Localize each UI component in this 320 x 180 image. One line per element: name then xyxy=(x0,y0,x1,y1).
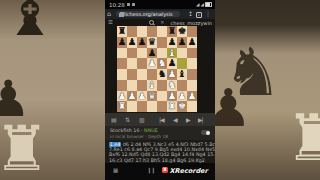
square-a4[interactable] xyxy=(117,69,127,80)
square-h6[interactable] xyxy=(187,48,197,59)
bottom-bar: ▦ ❙❙ X XRecorder xyxy=(105,163,215,180)
black-queen-d7[interactable]: ♛ xyxy=(147,37,157,48)
move-token[interactable]: Bh5 xyxy=(151,158,160,163)
engine-banner: Stockfish 16 · NNUE in local browser · D… xyxy=(105,126,215,140)
square-b6[interactable] xyxy=(127,48,137,59)
square-e1[interactable] xyxy=(157,101,167,112)
square-d5[interactable]: ♟ xyxy=(147,58,157,69)
black-pawn-g7[interactable]: ♟ xyxy=(177,37,187,48)
square-g7[interactable]: ♟ xyxy=(177,37,187,48)
square-d7[interactable]: ♛ xyxy=(147,37,157,48)
move-token[interactable]: 5.Bc4 xyxy=(205,142,215,147)
square-c7[interactable]: ♟ xyxy=(137,37,147,48)
analysis-controls: ▤⇅▥|◀◀▶▶| xyxy=(105,113,215,126)
tab-count-button[interactable]: 2 xyxy=(196,12,203,19)
white-queen-d2[interactable]: ♛ xyxy=(147,91,157,102)
square-b1[interactable] xyxy=(127,101,137,112)
notification-icon xyxy=(132,3,135,6)
square-e7[interactable] xyxy=(157,37,167,48)
move-token[interactable]: Qd8 xyxy=(140,152,150,157)
move-line: Bxf612.Nd5Qd813.Qd2Bg414.f4Ng415.Bd3f5 xyxy=(109,152,215,157)
move-token[interactable]: Qd7 xyxy=(124,158,134,163)
move-token[interactable]: 18.g4 xyxy=(162,158,176,163)
square-a6[interactable] xyxy=(117,48,127,59)
video-backdrop-left: ♝♟♜ xyxy=(0,0,105,180)
square-a1[interactable]: ♜ xyxy=(117,101,127,112)
battery-icon xyxy=(205,2,212,7)
square-g3[interactable] xyxy=(177,80,187,91)
move-token[interactable]: 2.d4 xyxy=(130,142,141,147)
toggle-knob xyxy=(206,131,210,135)
black-pawn-c7[interactable]: ♟ xyxy=(137,37,147,48)
analysis-menu-button[interactable]: ▤ xyxy=(111,116,116,123)
phone-screen: 10:28 ◢◢ ⌂ lichess.org/analysis ↥ 2 ⋮ ☰ … xyxy=(105,0,215,180)
move-token[interactable]: Nbd7 xyxy=(190,142,203,147)
previous-move-button[interactable]: ◀ xyxy=(173,116,177,123)
move-token[interactable]: 17.h3 xyxy=(135,158,149,163)
move-token[interactable]: 13.Qd2 xyxy=(152,152,170,157)
move-token[interactable]: Bxf6 xyxy=(109,152,120,157)
browser-menu-icon[interactable]: ⋮ xyxy=(205,10,211,17)
browser-toolbar: ⌂ lichess.org/analysis ↥ 2 ⋮ xyxy=(105,9,215,19)
hamburger-icon[interactable]: ☰ xyxy=(108,19,113,25)
next-move-button[interactable]: ▶ xyxy=(186,116,190,123)
white-rook-f1[interactable]: ♜ xyxy=(167,101,177,112)
square-e8[interactable] xyxy=(157,26,167,37)
move-token[interactable]: Qc7 xyxy=(144,147,153,152)
move-token[interactable]: Nf6 xyxy=(143,142,151,147)
square-a5[interactable] xyxy=(117,58,127,69)
video-backdrop-right: ♞♟♜ xyxy=(215,0,320,180)
square-c4[interactable] xyxy=(137,69,147,80)
black-pawn-f7[interactable]: ♟ xyxy=(167,37,177,48)
square-f3[interactable]: ♞ xyxy=(167,80,177,91)
engine-status: in local browser · Depth 18 xyxy=(110,134,168,139)
engine-name: Stockfish 16 · NNUE xyxy=(110,128,158,133)
status-bar: 10:28 ◢◢ xyxy=(105,0,215,9)
square-e3[interactable] xyxy=(157,80,167,91)
square-c1[interactable] xyxy=(137,101,147,112)
rook-silhouette: ♜ xyxy=(0,118,50,180)
url-text: lichess.org/analysis xyxy=(124,11,173,17)
move-token[interactable]: e5 xyxy=(168,142,174,147)
square-h1[interactable] xyxy=(187,101,197,112)
square-b5[interactable] xyxy=(127,58,137,69)
move-list: 1.e4d62.d4Nf63.Nc3e54.Nf3Nbd75.Bc4Be76.0… xyxy=(105,140,215,163)
square-g6[interactable] xyxy=(177,48,187,59)
move-token[interactable]: 19.Kg2 xyxy=(188,158,205,163)
move-token[interactable]: 8.a4 xyxy=(132,147,143,152)
square-a7[interactable]: ♟ xyxy=(117,37,127,48)
square-h7[interactable]: ♟ xyxy=(187,37,197,48)
notification-icon xyxy=(127,3,130,6)
square-d1[interactable] xyxy=(147,101,157,112)
move-token[interactable]: 3.Nc3 xyxy=(153,142,167,147)
white-knight-f3[interactable]: ♞ xyxy=(167,80,177,91)
move-token[interactable]: 9.Bg5 xyxy=(155,147,169,152)
black-knight-e4[interactable]: ♞ xyxy=(157,69,167,80)
watermark-text: XRecorder xyxy=(170,167,208,175)
move-token[interactable]: Bg6 xyxy=(177,158,186,163)
share-icon[interactable]: ↥ xyxy=(188,10,193,17)
move-token[interactable]: 1.e4 xyxy=(109,142,121,147)
square-g4[interactable]: ♝ xyxy=(177,69,187,80)
home-icon[interactable]: ⌂ xyxy=(107,10,111,18)
pawn-silhouette: ♟ xyxy=(215,82,252,134)
black-pawn-h7[interactable]: ♟ xyxy=(187,37,197,48)
clock: 10:28 xyxy=(109,2,125,8)
square-h5[interactable] xyxy=(187,58,197,69)
lock-icon xyxy=(119,13,124,17)
white-pawn-c2[interactable]: ♟ xyxy=(137,91,147,102)
move-token[interactable]: 10.Nxd4 xyxy=(184,147,204,152)
square-e4[interactable]: ♞ xyxy=(157,69,167,80)
move-token[interactable]: 4.Nf3 xyxy=(176,142,189,147)
move-token[interactable]: 14.f4 xyxy=(182,152,194,157)
square-h3[interactable] xyxy=(187,80,197,91)
white-king-g1[interactable]: ♚ xyxy=(177,101,187,112)
square-b4[interactable] xyxy=(127,69,137,80)
square-c3[interactable] xyxy=(137,80,147,91)
move-token[interactable]: Ng4 xyxy=(196,152,206,157)
white-pawn-b2[interactable]: ♟ xyxy=(127,91,137,102)
recorder-tools-icon[interactable]: ▦ xyxy=(113,167,118,173)
last-move-button[interactable]: ▶| xyxy=(198,116,203,123)
opening-explorer-button[interactable]: ▥ xyxy=(139,116,144,123)
square-b2[interactable]: ♟ xyxy=(127,91,137,102)
square-e2[interactable] xyxy=(157,91,167,102)
square-h2[interactable]: ♟ xyxy=(187,91,197,102)
square-c6[interactable] xyxy=(137,48,147,59)
first-move-button[interactable]: |◀ xyxy=(159,116,164,123)
move-token[interactable]: 15.Bd3 xyxy=(207,152,215,157)
square-c2[interactable]: ♟ xyxy=(137,91,147,102)
bishop-silhouette: ♝ xyxy=(4,0,56,44)
square-a3[interactable] xyxy=(117,80,127,91)
square-b7[interactable]: ♟ xyxy=(127,37,137,48)
black-pawn-a7[interactable]: ♟ xyxy=(117,37,127,48)
move-token[interactable]: 16.c3 xyxy=(109,158,122,163)
black-bishop-g4[interactable]: ♝ xyxy=(177,69,187,80)
white-pawn-d5[interactable]: ♟ xyxy=(147,58,157,69)
square-d3[interactable]: ♝ xyxy=(147,80,157,91)
white-rook-a1[interactable]: ♜ xyxy=(117,101,127,112)
move-token[interactable]: 12.Nd5 xyxy=(121,152,138,157)
move-token[interactable]: Ne5 xyxy=(206,147,215,152)
move-token[interactable]: exd4 xyxy=(170,147,182,152)
black-pawn-b7[interactable]: ♟ xyxy=(127,37,137,48)
username[interactable]: chess_mozzywin xyxy=(171,20,213,26)
board[interactable]: ♜♜♚♟♟♟♛♟♟♟♟♝♟♞♟♞♟♝♝♞♟♟♟♛♟♟♟♜♜♚ xyxy=(117,26,197,112)
move-token[interactable]: Bg4 xyxy=(171,152,180,157)
url-field[interactable]: lichess.org/analysis xyxy=(116,11,180,18)
flip-board-button[interactable]: ⇅ xyxy=(125,116,129,123)
close-icon[interactable]: × xyxy=(160,19,165,25)
system-tray: ◢◢ xyxy=(196,2,212,7)
square-g1[interactable]: ♚ xyxy=(177,101,187,112)
recorder-pause-icon[interactable]: ❙❙ xyxy=(147,167,155,173)
square-c5[interactable] xyxy=(137,58,147,69)
square-f7[interactable]: ♟ xyxy=(167,37,177,48)
white-pawn-h2[interactable]: ♟ xyxy=(187,91,197,102)
square-h4[interactable] xyxy=(187,69,197,80)
engine-name-text: Stockfish 16 · xyxy=(110,128,143,133)
white-bishop-d3[interactable]: ♝ xyxy=(147,80,157,91)
square-b3[interactable] xyxy=(127,80,137,91)
move-token[interactable]: d6 xyxy=(123,142,129,147)
move-token[interactable]: 7.Re1 xyxy=(109,147,123,152)
square-f1[interactable]: ♜ xyxy=(167,101,177,112)
xrecorder-logo-icon: X xyxy=(162,167,168,173)
engine-variant-text: NNUE xyxy=(144,128,158,133)
square-d2[interactable]: ♛ xyxy=(147,91,157,102)
engine-toggle[interactable] xyxy=(201,130,210,135)
move-token[interactable]: c6 xyxy=(124,147,130,152)
rook-silhouette: ♜ xyxy=(285,106,320,170)
search-icon[interactable] xyxy=(149,20,154,25)
screenshot-root: ♝♟♜ ♞♟♜ 10:28 ◢◢ ⌂ lichess.org/analysis … xyxy=(0,0,320,180)
